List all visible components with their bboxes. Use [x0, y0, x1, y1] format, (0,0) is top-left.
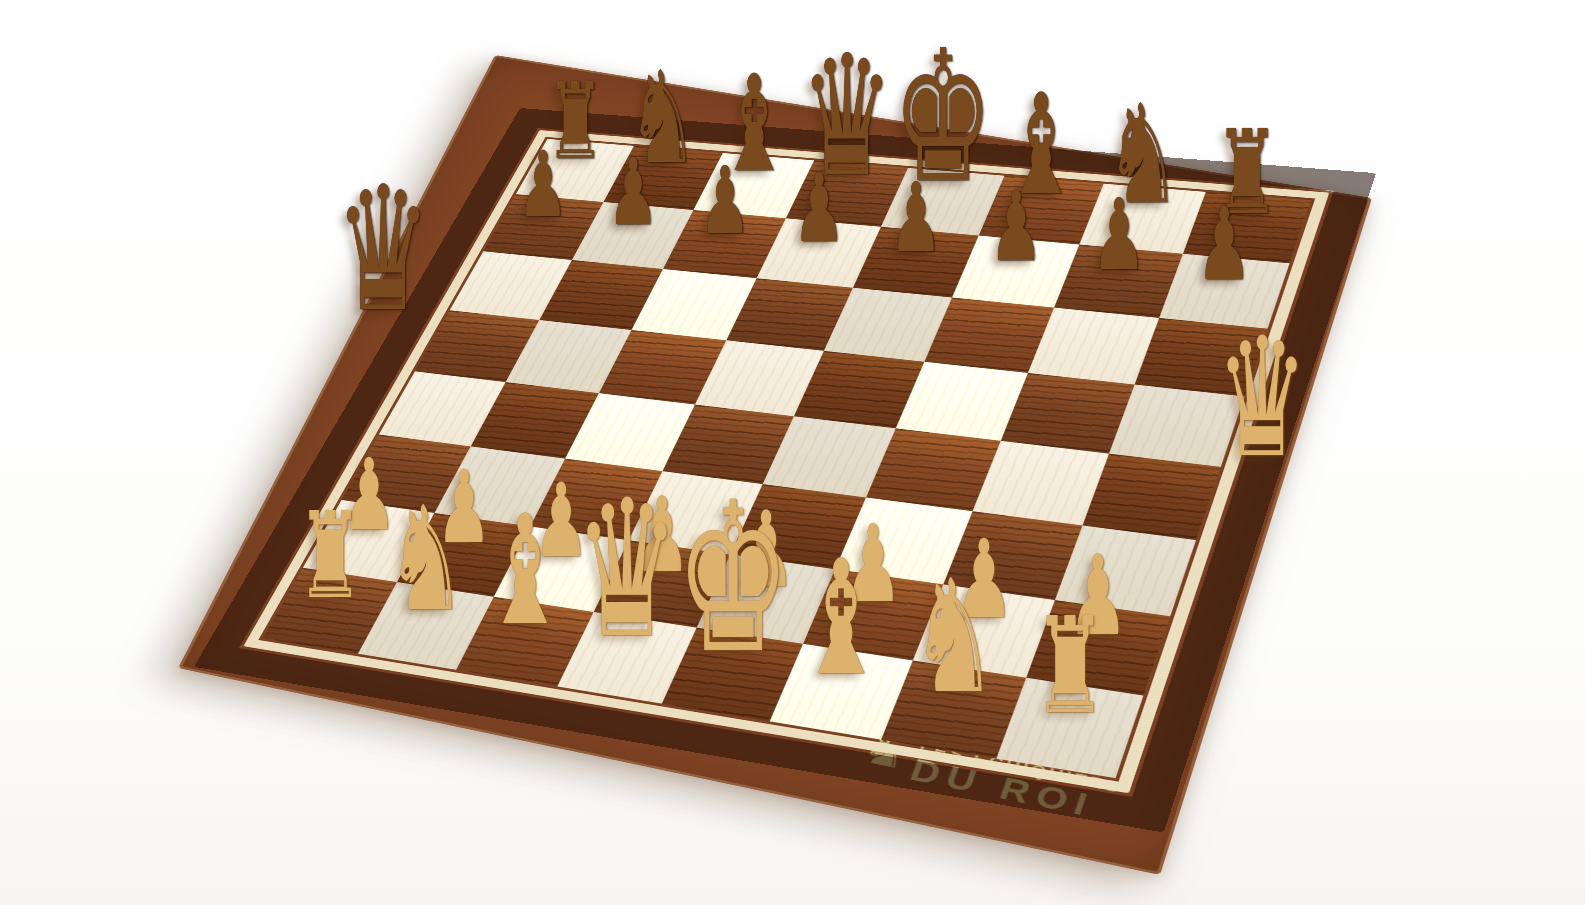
white-rook-a1[interactable]: ♜ — [297, 496, 363, 615]
white-bishop-f1[interactable]: ♝ — [797, 539, 885, 698]
white-spare-queen[interactable]: ♛ — [1216, 316, 1308, 481]
white-queen-d1[interactable]: ♛ — [574, 475, 679, 665]
black-pawn-f7[interactable]: ♟ — [989, 177, 1043, 274]
white-rook-h1[interactable]: ♜ — [1033, 599, 1107, 732]
black-pawn-h7[interactable]: ♟ — [1197, 194, 1253, 294]
white-king-e1[interactable]: ♚ — [675, 475, 790, 682]
black-spare-queen[interactable]: ♛ — [335, 164, 431, 336]
white-knight-b1[interactable]: ♞ — [386, 487, 466, 631]
black-pawn-b7[interactable]: ♟ — [607, 147, 658, 239]
black-pawn-e7[interactable]: ♟ — [889, 169, 942, 265]
black-pawn-d7[interactable]: ♟ — [793, 162, 846, 257]
black-pawn-c7[interactable]: ♟ — [699, 154, 751, 247]
board-photo-scene: ♞ LES ÉCHIQUIERS DU ROI ♜♞♝♛♚♝♞♜♟♟♟♟♟♟♟♟… — [0, 0, 1585, 905]
black-pawn-a7[interactable]: ♟ — [518, 139, 568, 230]
black-pawn-g7[interactable]: ♟ — [1091, 186, 1146, 285]
white-bishop-c1[interactable]: ♝ — [483, 496, 567, 647]
white-knight-g1[interactable]: ♞ — [910, 559, 997, 715]
